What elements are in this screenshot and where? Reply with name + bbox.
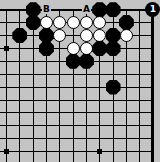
point-11-11[interactable] — [146, 145, 159, 158]
point-1-2[interactable] — [13, 29, 26, 42]
point-6-9[interactable] — [80, 119, 93, 132]
point-2-10[interactable] — [26, 132, 39, 145]
point-3-9[interactable] — [40, 119, 53, 132]
point-9-7[interactable] — [120, 93, 133, 106]
point-3-10[interactable] — [40, 132, 53, 145]
point-10-0[interactable] — [133, 3, 146, 16]
point-2-5[interactable] — [26, 68, 39, 81]
point-8-11[interactable] — [106, 145, 119, 158]
point-7-8[interactable] — [93, 106, 106, 119]
point-6-2[interactable] — [80, 29, 93, 42]
point-8-8[interactable] — [106, 106, 119, 119]
point-2-8[interactable] — [26, 106, 39, 119]
point-6-11[interactable] — [80, 145, 93, 158]
point-11-8[interactable] — [146, 106, 159, 119]
point-2-2[interactable] — [26, 29, 39, 42]
point-7-9[interactable] — [93, 119, 106, 132]
point-6-5[interactable] — [80, 68, 93, 81]
point-11-1[interactable] — [146, 16, 159, 29]
point-2-3[interactable] — [26, 42, 39, 55]
point-1-11[interactable] — [13, 145, 26, 158]
point-0-11[interactable] — [0, 145, 13, 158]
point-3-4[interactable] — [40, 55, 53, 68]
point-0-7[interactable] — [0, 93, 13, 106]
point-1-6[interactable] — [13, 81, 26, 94]
point-8-2[interactable] — [106, 29, 119, 42]
point-6-10[interactable] — [80, 132, 93, 145]
point-9-9[interactable] — [120, 119, 133, 132]
point-4-6[interactable] — [53, 81, 66, 94]
point-7-1[interactable] — [93, 16, 106, 29]
point-11-5[interactable] — [146, 68, 159, 81]
point-7-0[interactable] — [93, 3, 106, 16]
point-2-6[interactable] — [26, 81, 39, 94]
point-3-3[interactable] — [40, 42, 53, 55]
point-9-4[interactable] — [120, 55, 133, 68]
point-1-4[interactable] — [13, 55, 26, 68]
point-7-3[interactable] — [93, 42, 106, 55]
point-10-3[interactable] — [133, 42, 146, 55]
point-8-4[interactable] — [106, 55, 119, 68]
point-5-3[interactable] — [66, 42, 79, 55]
point-10-10[interactable] — [133, 132, 146, 145]
point-11-2[interactable] — [146, 29, 159, 42]
point-4-5[interactable] — [53, 68, 66, 81]
point-0-10[interactable] — [0, 132, 13, 145]
point-7-6[interactable] — [93, 81, 106, 94]
point-10-9[interactable] — [133, 119, 146, 132]
point-3-6[interactable] — [40, 81, 53, 94]
point-9-5[interactable] — [120, 68, 133, 81]
point-3-7[interactable] — [40, 93, 53, 106]
point-9-11[interactable] — [120, 145, 133, 158]
point-0-9[interactable] — [0, 119, 13, 132]
point-7-2[interactable] — [93, 29, 106, 42]
intersection-grid — [0, 3, 160, 158]
point-3-2[interactable] — [40, 29, 53, 42]
point-5-5[interactable] — [66, 68, 79, 81]
point-5-0[interactable] — [66, 3, 79, 16]
point-4-8[interactable] — [53, 106, 66, 119]
point-8-1[interactable] — [106, 16, 119, 29]
point-5-9[interactable] — [66, 119, 79, 132]
point-5-6[interactable] — [66, 81, 79, 94]
point-11-9[interactable] — [146, 119, 159, 132]
point-5-7[interactable] — [66, 93, 79, 106]
point-5-4[interactable] — [66, 55, 79, 68]
point-1-7[interactable] — [13, 93, 26, 106]
point-10-4[interactable] — [133, 55, 146, 68]
point-7-11[interactable] — [93, 145, 106, 158]
point-5-10[interactable] — [66, 132, 79, 145]
point-0-3[interactable] — [0, 42, 13, 55]
point-4-4[interactable] — [53, 55, 66, 68]
point-7-5[interactable] — [93, 68, 106, 81]
point-6-0[interactable] — [80, 3, 93, 16]
point-11-7[interactable] — [146, 93, 159, 106]
point-11-3[interactable] — [146, 42, 159, 55]
point-5-8[interactable] — [66, 106, 79, 119]
point-4-9[interactable] — [53, 119, 66, 132]
point-9-6[interactable] — [120, 81, 133, 94]
point-2-11[interactable] — [26, 145, 39, 158]
point-0-0[interactable] — [0, 3, 13, 16]
point-11-0[interactable] — [146, 3, 159, 16]
point-1-0[interactable] — [13, 3, 26, 16]
point-11-6[interactable] — [146, 81, 159, 94]
point-3-5[interactable] — [40, 68, 53, 81]
point-2-7[interactable] — [26, 93, 39, 106]
point-2-9[interactable] — [26, 119, 39, 132]
go-board[interactable]: 1BA — [0, 0, 160, 162]
point-11-4[interactable] — [146, 55, 159, 68]
point-10-5[interactable] — [133, 68, 146, 81]
point-1-10[interactable] — [13, 132, 26, 145]
point-7-10[interactable] — [93, 132, 106, 145]
point-4-3[interactable] — [53, 42, 66, 55]
point-8-3[interactable] — [106, 42, 119, 55]
point-0-6[interactable] — [0, 81, 13, 94]
point-9-3[interactable] — [120, 42, 133, 55]
point-8-7[interactable] — [106, 93, 119, 106]
point-0-1[interactable] — [0, 16, 13, 29]
point-3-11[interactable] — [40, 145, 53, 158]
point-0-4[interactable] — [0, 55, 13, 68]
point-2-4[interactable] — [26, 55, 39, 68]
point-1-9[interactable] — [13, 119, 26, 132]
point-0-2[interactable] — [0, 29, 13, 42]
point-8-10[interactable] — [106, 132, 119, 145]
point-10-2[interactable] — [133, 29, 146, 42]
point-2-0[interactable] — [26, 3, 39, 16]
point-4-7[interactable] — [53, 93, 66, 106]
point-1-1[interactable] — [13, 16, 26, 29]
point-6-3[interactable] — [80, 42, 93, 55]
point-9-8[interactable] — [120, 106, 133, 119]
point-5-1[interactable] — [66, 16, 79, 29]
point-4-10[interactable] — [53, 132, 66, 145]
point-8-9[interactable] — [106, 119, 119, 132]
point-6-8[interactable] — [80, 106, 93, 119]
point-0-8[interactable] — [0, 106, 13, 119]
point-9-10[interactable] — [120, 132, 133, 145]
point-4-2[interactable] — [53, 29, 66, 42]
point-1-3[interactable] — [13, 42, 26, 55]
point-1-8[interactable] — [13, 106, 26, 119]
point-10-6[interactable] — [133, 81, 146, 94]
point-6-6[interactable] — [80, 81, 93, 94]
point-0-5[interactable] — [0, 68, 13, 81]
point-10-1[interactable] — [133, 16, 146, 29]
point-7-4[interactable] — [93, 55, 106, 68]
point-11-10[interactable] — [146, 132, 159, 145]
point-10-11[interactable] — [133, 145, 146, 158]
point-9-0[interactable] — [120, 3, 133, 16]
point-9-2[interactable] — [120, 29, 133, 42]
point-3-0[interactable] — [40, 3, 53, 16]
point-3-1[interactable] — [40, 16, 53, 29]
point-4-0[interactable] — [53, 3, 66, 16]
point-10-7[interactable] — [133, 93, 146, 106]
point-8-5[interactable] — [106, 68, 119, 81]
point-5-2[interactable] — [66, 29, 79, 42]
point-6-1[interactable] — [80, 16, 93, 29]
point-4-1[interactable] — [53, 16, 66, 29]
point-5-11[interactable] — [66, 145, 79, 158]
point-7-7[interactable] — [93, 93, 106, 106]
point-10-8[interactable] — [133, 106, 146, 119]
point-6-7[interactable] — [80, 93, 93, 106]
point-9-1[interactable] — [120, 16, 133, 29]
point-6-4[interactable] — [80, 55, 93, 68]
point-4-11[interactable] — [53, 145, 66, 158]
point-1-5[interactable] — [13, 68, 26, 81]
point-3-8[interactable] — [40, 106, 53, 119]
point-8-0[interactable] — [106, 3, 119, 16]
point-2-1[interactable] — [26, 16, 39, 29]
point-8-6[interactable] — [106, 81, 119, 94]
